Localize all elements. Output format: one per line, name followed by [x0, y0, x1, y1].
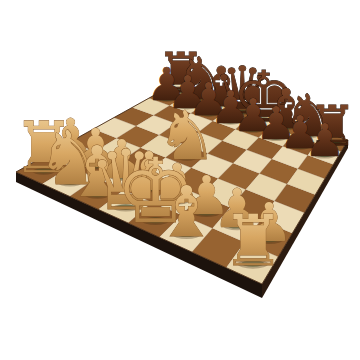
- piece-white-rook-h1[interactable]: ♜: [221, 200, 284, 282]
- piece-black-pawn-h7[interactable]: ♟: [304, 114, 345, 167]
- board-pieces: ♜♞♝♛♚♝♞♜♟♟♟♟♟♟♟♟♞♟♟♟♟♟♟♟♟♜♞♝♛♚♝♜: [12, 41, 357, 282]
- piece-white-bishop-f1[interactable]: ♝: [155, 171, 218, 253]
- product-photo-background: Wooden Staunton chess set on a walnut an…: [0, 0, 360, 360]
- chess-board: ♜♞♝♛♚♝♞♜♟♟♟♟♟♟♟♟♞♟♟♟♟♟♟♟♟♜♞♝♛♚♝♜: [0, 0, 360, 360]
